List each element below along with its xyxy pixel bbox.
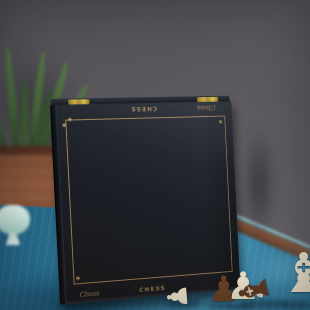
board-grid [70, 121, 228, 278]
ceramic-bowl [0, 205, 30, 247]
piece-shadow [166, 300, 202, 308]
board-face: CHESS Chess hgfedcba abcdefgh 87654321 8… [50, 101, 241, 304]
chess-box[interactable]: CHESS Chess hgfedcba abcdefgh 87654321 8… [50, 101, 241, 304]
board-script-label-top: Chess [197, 103, 216, 110]
ceramic-bowl-body [0, 205, 30, 235]
piece-shadow [280, 301, 310, 309]
photo-scene: CHESS Chess hgfedcba abcdefgh 87654321 8… [0, 0, 310, 310]
box-wall-shadow [236, 102, 282, 267]
